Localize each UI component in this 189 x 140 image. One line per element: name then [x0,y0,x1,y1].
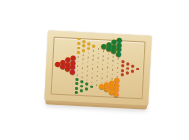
hole-empty[interactable] [96,75,98,77]
hole-empty[interactable] [77,61,79,63]
hole-empty[interactable] [117,72,119,74]
hole-empty[interactable] [107,58,109,60]
hole-empty[interactable] [107,67,109,69]
hole-empty[interactable] [87,66,89,68]
hole-painted-red[interactable] [131,70,134,73]
hole-empty[interactable] [91,77,93,79]
hole-painted-red[interactable] [122,60,125,63]
hole-empty[interactable] [98,53,100,55]
hole-painted-red[interactable] [131,65,134,68]
hole-empty[interactable] [86,79,88,81]
hole-empty[interactable] [77,56,79,58]
hole-painted-red[interactable] [126,63,129,66]
hole-painted-yellow[interactable] [82,49,85,52]
hole-painted-green[interactable] [75,87,78,90]
hole-empty[interactable] [97,62,99,64]
hole-painted-red[interactable] [121,65,124,68]
hole-empty[interactable] [87,70,89,72]
hole-empty[interactable] [81,76,83,78]
hole-empty[interactable] [87,61,89,63]
hole-painted-green[interactable] [80,80,83,83]
hole-empty[interactable] [87,57,89,59]
hole-painted-green[interactable] [90,85,93,88]
hole-empty[interactable] [102,69,104,71]
hole-empty[interactable] [91,72,93,74]
hole-painted-green[interactable] [80,89,83,92]
hole-painted-yellow[interactable] [92,45,95,48]
product-photo-scene: ●●●●●●●●●●●●●●●●●●●●●●●●●●●●●● [0,0,189,140]
hole-empty[interactable] [97,57,99,59]
hole-painted-red[interactable] [121,74,124,77]
hole-empty[interactable] [111,74,113,76]
hole-empty[interactable] [86,74,88,76]
hole-empty[interactable] [117,67,119,69]
hole-painted-red[interactable] [126,72,129,75]
hole-painted-yellow[interactable] [83,40,86,43]
hole-empty[interactable] [112,60,114,62]
hole-empty[interactable] [77,69,79,71]
hole-empty[interactable] [106,76,108,78]
hole-empty[interactable] [88,52,90,54]
hole-painted-red[interactable] [121,69,124,72]
hole-painted-green[interactable] [75,91,78,94]
hole-painted-green[interactable] [85,87,88,90]
hole-empty[interactable] [117,58,119,60]
hole-painted-yellow[interactable] [87,43,90,46]
hole-empty[interactable] [112,65,114,67]
hole-empty[interactable] [77,65,79,67]
peg-red[interactable]: ● [55,63,60,65]
hole-empty[interactable] [102,55,104,57]
hole-empty[interactable] [117,63,119,65]
hole-painted-yellow[interactable] [78,38,81,41]
hole-painted-yellow[interactable] [77,42,80,45]
star-hole-grid: ●●●●●●●●●●●●●●●●●●●●●●●●●●●●●● [54,37,142,97]
chinese-checkers-board: ●●●●●●●●●●●●●●●●●●●●●●●●●●●●●● [44,30,152,109]
hole-empty[interactable] [92,64,94,66]
hole-empty[interactable] [93,50,95,52]
hole-empty[interactable] [91,81,93,83]
hole-empty[interactable] [82,63,84,65]
hole-empty[interactable] [101,73,103,75]
hole-painted-yellow[interactable] [77,47,80,50]
hole-empty[interactable] [97,66,99,68]
hole-empty[interactable] [107,62,109,64]
hole-empty[interactable] [82,54,84,56]
hole-empty[interactable] [82,59,84,61]
hole-empty[interactable] [81,72,83,74]
hole-empty[interactable] [101,77,103,79]
hole-painted-red[interactable] [136,68,139,71]
peg-orange[interactable]: ● [99,85,104,87]
hole-empty[interactable] [82,68,84,70]
hole-empty[interactable] [107,71,109,73]
hole-empty[interactable] [97,71,99,73]
board-wood-surface: ●●●●●●●●●●●●●●●●●●●●●●●●●●●●●● [44,30,152,105]
hole-painted-yellow[interactable] [82,45,85,48]
hole-painted-yellow[interactable] [87,47,90,50]
hole-empty[interactable] [102,60,104,62]
hole-empty[interactable] [92,59,94,61]
hole-empty[interactable] [76,74,78,76]
hole-painted-green[interactable] [76,78,79,81]
hole-painted-red[interactable] [126,67,129,70]
hole-painted-green[interactable] [85,83,88,86]
hole-empty[interactable] [92,55,94,57]
hole-empty[interactable] [112,69,114,71]
peg-green[interactable]: ● [101,45,106,47]
hole-empty[interactable] [102,64,104,66]
hole-empty[interactable] [96,79,98,81]
hole-painted-yellow[interactable] [77,51,80,54]
hole-painted-green[interactable] [75,82,78,85]
hole-empty[interactable] [92,68,94,70]
hole-painted-green[interactable] [80,85,83,88]
